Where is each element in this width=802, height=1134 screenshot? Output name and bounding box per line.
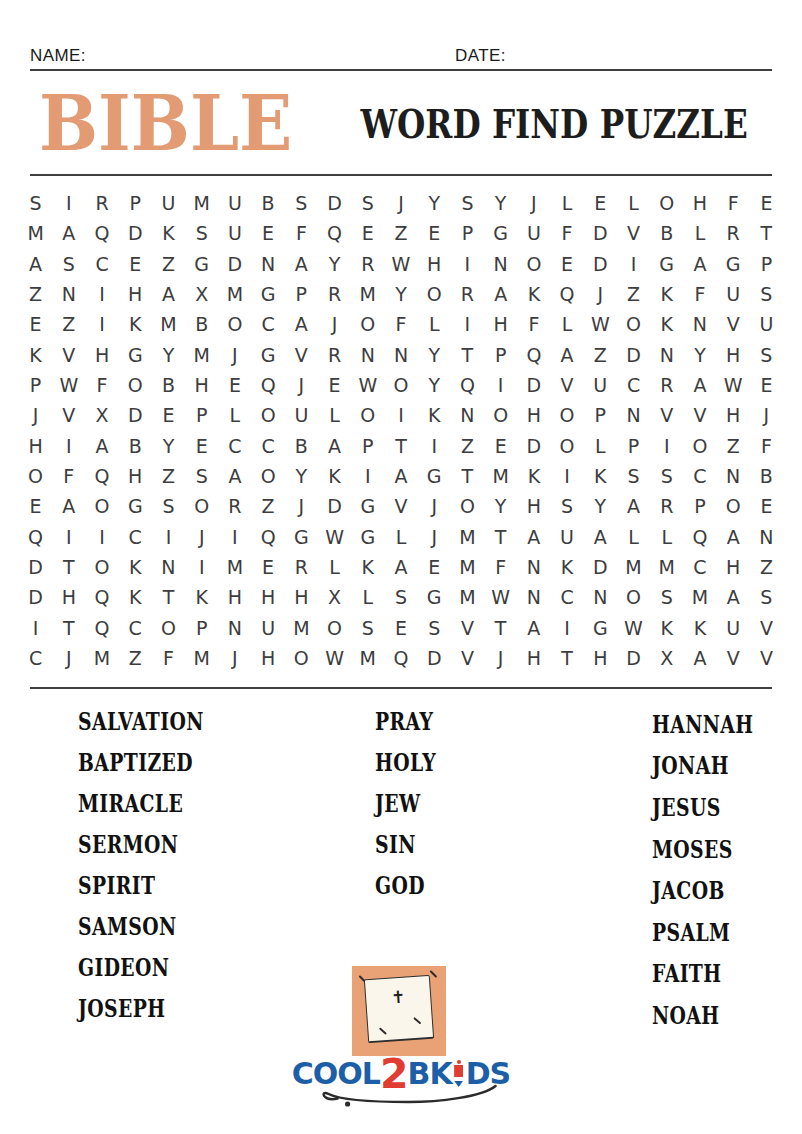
grid-cell[interactable]: J	[52, 643, 85, 673]
grid-cell[interactable]: N	[52, 279, 85, 309]
grid-cell[interactable]: B	[252, 188, 285, 218]
grid-cell[interactable]: U	[750, 309, 783, 339]
grid-cell[interactable]: O	[351, 309, 384, 339]
grid-cell[interactable]: U	[152, 188, 185, 218]
grid-cell[interactable]: J	[384, 188, 417, 218]
grid-cell[interactable]: V	[285, 340, 318, 370]
grid-cell[interactable]: G	[351, 491, 384, 521]
grid-cell[interactable]: G	[717, 249, 750, 279]
grid-cell[interactable]: D	[119, 400, 152, 430]
grid-cell[interactable]: F	[285, 218, 318, 248]
grid-cell[interactable]: J	[750, 400, 783, 430]
grid-cell[interactable]: L	[617, 188, 650, 218]
grid-cell[interactable]: I	[451, 309, 484, 339]
grid-cell[interactable]: G	[252, 279, 285, 309]
grid-cell[interactable]: M	[451, 552, 484, 582]
grid-cell[interactable]: K	[119, 582, 152, 612]
grid-cell[interactable]: S	[351, 188, 384, 218]
grid-cell[interactable]: P	[351, 431, 384, 461]
grid-cell[interactable]: E	[484, 431, 517, 461]
grid-cell[interactable]: D	[119, 218, 152, 248]
grid-cell[interactable]: J	[285, 491, 318, 521]
grid-cell[interactable]: Q	[252, 370, 285, 400]
grid-cell[interactable]: G	[252, 340, 285, 370]
grid-cell[interactable]: V	[550, 370, 583, 400]
grid-cell[interactable]: Y	[484, 491, 517, 521]
grid-cell[interactable]: M	[285, 612, 318, 642]
grid-cell[interactable]: W	[384, 249, 417, 279]
grid-cell[interactable]: A	[683, 643, 716, 673]
grid-cell[interactable]: Q	[85, 612, 118, 642]
grid-cell[interactable]: Z	[252, 491, 285, 521]
grid-cell[interactable]: Z	[584, 340, 617, 370]
grid-cell[interactable]: F	[717, 188, 750, 218]
grid-cell[interactable]: U	[584, 370, 617, 400]
grid-cell[interactable]: J	[318, 309, 351, 339]
grid-cell[interactable]: S	[152, 491, 185, 521]
grid-cell[interactable]: H	[717, 400, 750, 430]
grid-cell[interactable]: D	[418, 643, 451, 673]
grid-cell[interactable]: U	[717, 612, 750, 642]
grid-cell[interactable]: T	[484, 521, 517, 551]
grid-cell[interactable]: I	[451, 249, 484, 279]
grid-cell[interactable]: O	[318, 612, 351, 642]
grid-cell[interactable]: D	[318, 491, 351, 521]
grid-cell[interactable]: I	[85, 279, 118, 309]
grid-cell[interactable]: A	[384, 461, 417, 491]
grid-cell[interactable]: D	[517, 370, 550, 400]
grid-cell[interactable]: I	[218, 521, 251, 551]
grid-cell[interactable]: V	[384, 491, 417, 521]
grid-cell[interactable]: Q	[550, 279, 583, 309]
grid-cell[interactable]: A	[717, 582, 750, 612]
grid-cell[interactable]: E	[119, 249, 152, 279]
grid-cell[interactable]: W	[584, 309, 617, 339]
grid-cell[interactable]: T	[52, 552, 85, 582]
grid-cell[interactable]: T	[152, 582, 185, 612]
grid-cell[interactable]: M	[185, 340, 218, 370]
grid-cell[interactable]: O	[517, 249, 550, 279]
grid-cell[interactable]: H	[252, 643, 285, 673]
grid-cell[interactable]: C	[19, 643, 52, 673]
grid-cell[interactable]: V	[451, 643, 484, 673]
grid-cell[interactable]: K	[584, 461, 617, 491]
grid-cell[interactable]: S	[19, 188, 52, 218]
grid-cell[interactable]: J	[484, 643, 517, 673]
grid-cell[interactable]: D	[584, 552, 617, 582]
grid-cell[interactable]: O	[550, 400, 583, 430]
grid-cell[interactable]: Y	[285, 461, 318, 491]
grid-cell[interactable]: Y	[584, 491, 617, 521]
grid-cell[interactable]: E	[252, 552, 285, 582]
grid-cell[interactable]: I	[152, 521, 185, 551]
grid-cell[interactable]: S	[285, 188, 318, 218]
grid-cell[interactable]: M	[351, 279, 384, 309]
grid-cell[interactable]: P	[617, 431, 650, 461]
grid-cell[interactable]: Z	[384, 218, 417, 248]
grid-cell[interactable]: Q	[318, 218, 351, 248]
grid-cell[interactable]: E	[550, 249, 583, 279]
grid-cell[interactable]: A	[617, 491, 650, 521]
grid-cell[interactable]: E	[418, 552, 451, 582]
grid-cell[interactable]: Z	[750, 552, 783, 582]
grid-cell[interactable]: K	[119, 552, 152, 582]
grid-cell[interactable]: A	[285, 309, 318, 339]
grid-cell[interactable]: I	[85, 521, 118, 551]
grid-cell[interactable]: N	[384, 340, 417, 370]
grid-cell[interactable]: M	[152, 309, 185, 339]
grid-cell[interactable]: Q	[451, 370, 484, 400]
grid-cell[interactable]: U	[252, 612, 285, 642]
grid-cell[interactable]: I	[550, 461, 583, 491]
grid-cell[interactable]: L	[550, 309, 583, 339]
grid-cell[interactable]: G	[584, 612, 617, 642]
grid-cell[interactable]: P	[285, 279, 318, 309]
grid-cell[interactable]: T	[52, 612, 85, 642]
grid-cell[interactable]: E	[218, 370, 251, 400]
grid-cell[interactable]: S	[185, 218, 218, 248]
grid-cell[interactable]: B	[119, 431, 152, 461]
grid-cell[interactable]: R	[650, 370, 683, 400]
grid-cell[interactable]: V	[683, 400, 716, 430]
grid-cell[interactable]: D	[584, 249, 617, 279]
grid-cell[interactable]: W	[717, 370, 750, 400]
grid-cell[interactable]: J	[418, 521, 451, 551]
grid-cell[interactable]: G	[418, 582, 451, 612]
grid-cell[interactable]: Q	[252, 521, 285, 551]
grid-cell[interactable]: S	[617, 461, 650, 491]
grid-cell[interactable]: Y	[418, 370, 451, 400]
grid-cell[interactable]: H	[717, 340, 750, 370]
grid-cell[interactable]: N	[584, 582, 617, 612]
grid-cell[interactable]: O	[550, 431, 583, 461]
grid-cell[interactable]: G	[351, 521, 384, 551]
grid-cell[interactable]: S	[351, 612, 384, 642]
grid-cell[interactable]: B	[650, 218, 683, 248]
grid-cell[interactable]: O	[717, 491, 750, 521]
grid-cell[interactable]: R	[650, 491, 683, 521]
grid-cell[interactable]: O	[484, 400, 517, 430]
grid-cell[interactable]: G	[418, 461, 451, 491]
grid-cell[interactable]: W	[52, 370, 85, 400]
grid-cell[interactable]: Q	[85, 582, 118, 612]
grid-cell[interactable]: F	[85, 370, 118, 400]
grid-cell[interactable]: Z	[617, 279, 650, 309]
grid-cell[interactable]: W	[484, 582, 517, 612]
grid-cell[interactable]: M	[617, 552, 650, 582]
grid-cell[interactable]: J	[584, 279, 617, 309]
grid-cell[interactable]: F	[550, 218, 583, 248]
grid-cell[interactable]: A	[517, 612, 550, 642]
grid-cell[interactable]: S	[418, 612, 451, 642]
grid-cell[interactable]: Y	[683, 340, 716, 370]
grid-cell[interactable]: C	[119, 521, 152, 551]
grid-cell[interactable]: S	[750, 582, 783, 612]
grid-cell[interactable]: S	[384, 582, 417, 612]
grid-cell[interactable]: O	[683, 431, 716, 461]
grid-cell[interactable]: D	[617, 643, 650, 673]
grid-cell[interactable]: Q	[85, 218, 118, 248]
grid-cell[interactable]: C	[252, 309, 285, 339]
grid-cell[interactable]: N	[650, 340, 683, 370]
grid-cell[interactable]: E	[384, 612, 417, 642]
grid-cell[interactable]: I	[650, 431, 683, 461]
grid-cell[interactable]: J	[19, 400, 52, 430]
grid-cell[interactable]: O	[185, 491, 218, 521]
grid-cell[interactable]: C	[85, 249, 118, 279]
grid-cell[interactable]: H	[418, 249, 451, 279]
grid-cell[interactable]: N	[252, 249, 285, 279]
grid-cell[interactable]: Z	[152, 249, 185, 279]
grid-cell[interactable]: H	[517, 400, 550, 430]
grid-cell[interactable]: I	[52, 431, 85, 461]
grid-cell[interactable]: M	[683, 582, 716, 612]
grid-cell[interactable]: H	[218, 582, 251, 612]
grid-cell[interactable]: S	[52, 249, 85, 279]
grid-cell[interactable]: M	[19, 218, 52, 248]
grid-cell[interactable]: Y	[152, 431, 185, 461]
grid-cell[interactable]: Q	[384, 643, 417, 673]
grid-cell[interactable]: O	[418, 279, 451, 309]
grid-cell[interactable]: I	[384, 400, 417, 430]
grid-cell[interactable]: R	[717, 218, 750, 248]
grid-cell[interactable]: O	[285, 643, 318, 673]
grid-cell[interactable]: O	[617, 582, 650, 612]
grid-cell[interactable]: K	[119, 309, 152, 339]
grid-cell[interactable]: V	[717, 643, 750, 673]
grid-cell[interactable]: J	[185, 521, 218, 551]
grid-cell[interactable]: R	[318, 279, 351, 309]
grid-cell[interactable]: E	[750, 491, 783, 521]
grid-cell[interactable]: R	[318, 340, 351, 370]
grid-cell[interactable]: Y	[418, 188, 451, 218]
grid-cell[interactable]: S	[451, 188, 484, 218]
grid-cell[interactable]: H	[484, 309, 517, 339]
grid-cell[interactable]: O	[19, 461, 52, 491]
grid-cell[interactable]: O	[451, 491, 484, 521]
grid-cell[interactable]: X	[650, 643, 683, 673]
grid-cell[interactable]: O	[152, 612, 185, 642]
grid-cell[interactable]: P	[19, 370, 52, 400]
grid-cell[interactable]: D	[517, 431, 550, 461]
grid-cell[interactable]: U	[717, 279, 750, 309]
grid-cell[interactable]: O	[252, 461, 285, 491]
grid-cell[interactable]: M	[218, 279, 251, 309]
grid-cell[interactable]: L	[550, 188, 583, 218]
grid-cell[interactable]: C	[218, 431, 251, 461]
grid-cell[interactable]: F	[683, 279, 716, 309]
grid-cell[interactable]: I	[484, 370, 517, 400]
grid-cell[interactable]: Z	[451, 431, 484, 461]
grid-cell[interactable]: J	[285, 370, 318, 400]
grid-cell[interactable]: Q	[19, 521, 52, 551]
grid-cell[interactable]: J	[418, 491, 451, 521]
grid-cell[interactable]: K	[185, 582, 218, 612]
grid-cell[interactable]: N	[351, 340, 384, 370]
grid-cell[interactable]: X	[318, 582, 351, 612]
grid-cell[interactable]: E	[252, 218, 285, 248]
grid-cell[interactable]: M	[451, 582, 484, 612]
grid-cell[interactable]: E	[185, 431, 218, 461]
grid-cell[interactable]: J	[218, 643, 251, 673]
grid-cell[interactable]: N	[152, 552, 185, 582]
grid-cell[interactable]: I	[52, 188, 85, 218]
grid-cell[interactable]: Y	[418, 340, 451, 370]
grid-cell[interactable]: C	[550, 582, 583, 612]
grid-cell[interactable]: S	[750, 340, 783, 370]
grid-cell[interactable]: F	[750, 431, 783, 461]
grid-cell[interactable]: Y	[484, 188, 517, 218]
grid-cell[interactable]: V	[451, 612, 484, 642]
grid-cell[interactable]: N	[484, 249, 517, 279]
grid-cell[interactable]: H	[185, 370, 218, 400]
grid-cell[interactable]: A	[584, 521, 617, 551]
grid-cell[interactable]: X	[85, 400, 118, 430]
grid-cell[interactable]: S	[750, 279, 783, 309]
grid-cell[interactable]: K	[683, 612, 716, 642]
grid-cell[interactable]: L	[351, 582, 384, 612]
grid-cell[interactable]: Z	[152, 461, 185, 491]
grid-cell[interactable]: V	[52, 400, 85, 430]
grid-cell[interactable]: P	[750, 249, 783, 279]
grid-cell[interactable]: P	[451, 218, 484, 248]
grid-cell[interactable]: L	[318, 552, 351, 582]
grid-cell[interactable]: N	[683, 309, 716, 339]
grid-cell[interactable]: H	[717, 552, 750, 582]
grid-cell[interactable]: O	[252, 400, 285, 430]
grid-cell[interactable]: W	[318, 643, 351, 673]
grid-cell[interactable]: G	[484, 218, 517, 248]
grid-cell[interactable]: O	[384, 370, 417, 400]
grid-cell[interactable]: Q	[683, 521, 716, 551]
grid-cell[interactable]: X	[185, 279, 218, 309]
grid-cell[interactable]: D	[318, 188, 351, 218]
grid-cell[interactable]: C	[252, 431, 285, 461]
grid-cell[interactable]: H	[119, 279, 152, 309]
grid-cell[interactable]: P	[185, 400, 218, 430]
grid-cell[interactable]: Z	[717, 431, 750, 461]
grid-cell[interactable]: I	[617, 249, 650, 279]
grid-cell[interactable]: W	[318, 521, 351, 551]
grid-cell[interactable]: E	[351, 218, 384, 248]
grid-cell[interactable]: H	[517, 643, 550, 673]
grid-cell[interactable]: K	[650, 309, 683, 339]
grid-cell[interactable]: P	[185, 612, 218, 642]
grid-cell[interactable]: E	[584, 188, 617, 218]
grid-cell[interactable]: A	[152, 279, 185, 309]
grid-cell[interactable]: R	[285, 552, 318, 582]
grid-cell[interactable]: Y	[152, 340, 185, 370]
grid-cell[interactable]: L	[650, 521, 683, 551]
grid-cell[interactable]: U	[285, 400, 318, 430]
grid-cell[interactable]: K	[418, 400, 451, 430]
grid-cell[interactable]: A	[683, 249, 716, 279]
grid-cell[interactable]: G	[650, 249, 683, 279]
grid-cell[interactable]: J	[218, 340, 251, 370]
grid-cell[interactable]: C	[617, 370, 650, 400]
grid-cell[interactable]: V	[750, 612, 783, 642]
grid-cell[interactable]: T	[550, 643, 583, 673]
grid-cell[interactable]: F	[484, 552, 517, 582]
grid-cell[interactable]: L	[418, 309, 451, 339]
grid-cell[interactable]: H	[285, 582, 318, 612]
grid-cell[interactable]: U	[218, 218, 251, 248]
grid-cell[interactable]: A	[517, 521, 550, 551]
grid-cell[interactable]: O	[85, 552, 118, 582]
grid-cell[interactable]: D	[584, 218, 617, 248]
grid-cell[interactable]: H	[119, 461, 152, 491]
grid-cell[interactable]: K	[550, 552, 583, 582]
grid-cell[interactable]: U	[550, 521, 583, 551]
grid-cell[interactable]: P	[484, 340, 517, 370]
grid-cell[interactable]: M	[218, 552, 251, 582]
grid-cell[interactable]: I	[85, 309, 118, 339]
grid-cell[interactable]: O	[351, 400, 384, 430]
grid-cell[interactable]: H	[517, 491, 550, 521]
grid-cell[interactable]: O	[650, 188, 683, 218]
grid-cell[interactable]: W	[351, 370, 384, 400]
grid-cell[interactable]: P	[584, 400, 617, 430]
grid-cell[interactable]: I	[185, 552, 218, 582]
grid-cell[interactable]: H	[52, 582, 85, 612]
grid-cell[interactable]: U	[218, 188, 251, 218]
grid-cell[interactable]: O	[119, 370, 152, 400]
grid-cell[interactable]: K	[318, 461, 351, 491]
grid-cell[interactable]: E	[750, 370, 783, 400]
grid-cell[interactable]: I	[52, 521, 85, 551]
grid-cell[interactable]: A	[384, 552, 417, 582]
grid-cell[interactable]: I	[418, 431, 451, 461]
grid-cell[interactable]: P	[683, 491, 716, 521]
grid-cell[interactable]: A	[218, 461, 251, 491]
grid-cell[interactable]: K	[19, 340, 52, 370]
grid-cell[interactable]: S	[650, 582, 683, 612]
grid-cell[interactable]: V	[717, 309, 750, 339]
grid-cell[interactable]: C	[683, 552, 716, 582]
grid-cell[interactable]: Y	[384, 279, 417, 309]
grid-cell[interactable]: F	[517, 309, 550, 339]
grid-cell[interactable]: E	[750, 188, 783, 218]
grid-cell[interactable]: Z	[19, 279, 52, 309]
grid-cell[interactable]: L	[683, 218, 716, 248]
grid-cell[interactable]: U	[517, 218, 550, 248]
grid-cell[interactable]: T	[451, 340, 484, 370]
grid-cell[interactable]: G	[119, 340, 152, 370]
grid-cell[interactable]: O	[617, 309, 650, 339]
grid-cell[interactable]: Z	[119, 643, 152, 673]
grid-cell[interactable]: H	[252, 582, 285, 612]
grid-cell[interactable]: A	[717, 521, 750, 551]
grid-cell[interactable]: M	[484, 461, 517, 491]
grid-cell[interactable]: D	[19, 552, 52, 582]
grid-cell[interactable]: R	[85, 188, 118, 218]
grid-cell[interactable]: T	[384, 431, 417, 461]
grid-cell[interactable]: I	[550, 612, 583, 642]
grid-cell[interactable]: H	[85, 340, 118, 370]
grid-cell[interactable]: D	[218, 249, 251, 279]
grid-cell[interactable]: V	[750, 643, 783, 673]
grid-cell[interactable]: A	[318, 431, 351, 461]
grid-cell[interactable]: T	[484, 612, 517, 642]
grid-cell[interactable]: N	[451, 400, 484, 430]
grid-cell[interactable]: A	[85, 431, 118, 461]
grid-cell[interactable]: L	[617, 521, 650, 551]
grid-cell[interactable]: O	[85, 491, 118, 521]
grid-cell[interactable]: H	[683, 188, 716, 218]
grid-cell[interactable]: K	[152, 218, 185, 248]
grid-cell[interactable]: B	[285, 431, 318, 461]
grid-cell[interactable]: A	[52, 491, 85, 521]
